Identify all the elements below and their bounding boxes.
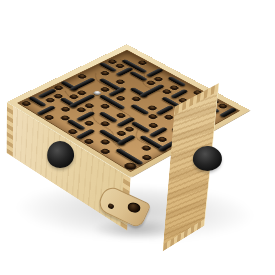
- ball-exit-hole: [127, 201, 142, 214]
- product-photo-labyrinth-game: [0, 0, 275, 275]
- exit-tab-small-hole: [107, 203, 115, 210]
- finger-joint-right-corner: [163, 219, 205, 252]
- scene: [0, 0, 275, 275]
- finger-joint-left-corner: [7, 103, 13, 157]
